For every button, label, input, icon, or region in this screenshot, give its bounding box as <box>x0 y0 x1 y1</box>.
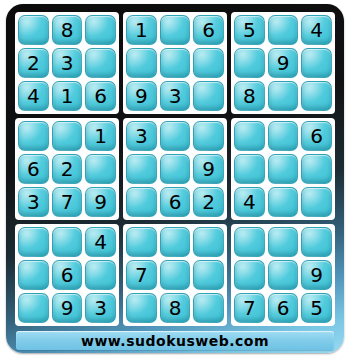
cell-r4c8[interactable] <box>268 121 299 151</box>
cell-r1c6[interactable]: 6 <box>193 15 224 45</box>
cell-r9c4[interactable] <box>126 293 157 323</box>
cell-r1c3[interactable] <box>85 15 116 45</box>
cell-r8c4[interactable]: 7 <box>126 260 157 290</box>
cell-r8c3[interactable] <box>85 260 116 290</box>
cell-r2c9[interactable] <box>301 48 332 78</box>
cell-r6c6[interactable]: 2 <box>193 187 224 217</box>
cell-r1c8[interactable] <box>268 15 299 45</box>
sudoku-box-9: 9765 <box>231 224 335 326</box>
cell-r6c2[interactable]: 7 <box>52 187 83 217</box>
sudoku-box-8: 78 <box>123 224 227 326</box>
cell-r4c9[interactable]: 6 <box>301 121 332 151</box>
cell-r8c9[interactable]: 9 <box>301 260 332 290</box>
cell-r9c3[interactable]: 3 <box>85 293 116 323</box>
cell-r8c8[interactable] <box>268 260 299 290</box>
cell-r9c2[interactable]: 9 <box>52 293 83 323</box>
cell-r7c5[interactable] <box>160 227 191 257</box>
sudoku-box-4: 162379 <box>15 118 119 220</box>
sudoku-board: 823416169354981623793962644693789765 <box>6 4 344 329</box>
cell-r9c7[interactable]: 7 <box>234 293 265 323</box>
cell-r4c1[interactable] <box>18 121 49 151</box>
cell-r9c6[interactable] <box>193 293 224 323</box>
cell-r5c1[interactable]: 6 <box>18 154 49 184</box>
cell-r5c7[interactable] <box>234 154 265 184</box>
sudoku-box-7: 4693 <box>15 224 119 326</box>
cell-r5c8[interactable] <box>268 154 299 184</box>
cell-r2c6[interactable] <box>193 48 224 78</box>
cell-r6c5[interactable]: 6 <box>160 187 191 217</box>
cell-r7c9[interactable] <box>301 227 332 257</box>
cell-r8c7[interactable] <box>234 260 265 290</box>
cell-r4c6[interactable] <box>193 121 224 151</box>
cell-r4c7[interactable] <box>234 121 265 151</box>
cell-r2c7[interactable] <box>234 48 265 78</box>
cell-r4c2[interactable] <box>52 121 83 151</box>
cell-r6c8[interactable] <box>268 187 299 217</box>
cell-r5c5[interactable] <box>160 154 191 184</box>
cell-r6c7[interactable]: 4 <box>234 187 265 217</box>
site-url-label: www.sudokusweb.com <box>81 334 269 348</box>
cell-r6c4[interactable] <box>126 187 157 217</box>
cell-r3c3[interactable]: 6 <box>85 81 116 111</box>
cell-r7c4[interactable] <box>126 227 157 257</box>
cell-r1c5[interactable] <box>160 15 191 45</box>
cell-r4c3[interactable]: 1 <box>85 121 116 151</box>
cell-r3c9[interactable] <box>301 81 332 111</box>
sudoku-box-1: 823416 <box>15 12 119 114</box>
cell-r9c9[interactable]: 5 <box>301 293 332 323</box>
cell-r8c6[interactable] <box>193 260 224 290</box>
cell-r3c8[interactable] <box>268 81 299 111</box>
cell-r5c2[interactable]: 2 <box>52 154 83 184</box>
cell-r5c4[interactable] <box>126 154 157 184</box>
cell-r6c9[interactable] <box>301 187 332 217</box>
sudoku-box-6: 64 <box>231 118 335 220</box>
cell-r7c7[interactable] <box>234 227 265 257</box>
cell-r3c1[interactable]: 4 <box>18 81 49 111</box>
cell-r1c1[interactable] <box>18 15 49 45</box>
cell-r4c5[interactable] <box>160 121 191 151</box>
cell-r6c3[interactable]: 9 <box>85 187 116 217</box>
sudoku-box-3: 5498 <box>231 12 335 114</box>
cell-r3c2[interactable]: 1 <box>52 81 83 111</box>
cell-r5c3[interactable] <box>85 154 116 184</box>
cell-r1c9[interactable]: 4 <box>301 15 332 45</box>
cell-r3c6[interactable] <box>193 81 224 111</box>
cell-r5c9[interactable] <box>301 154 332 184</box>
cell-r8c1[interactable] <box>18 260 49 290</box>
cell-r8c5[interactable] <box>160 260 191 290</box>
footer-bar: www.sudokusweb.com <box>16 331 334 350</box>
cell-r2c3[interactable] <box>85 48 116 78</box>
cell-r5c6[interactable]: 9 <box>193 154 224 184</box>
cell-r2c2[interactable]: 3 <box>52 48 83 78</box>
cell-r2c5[interactable] <box>160 48 191 78</box>
cell-r3c5[interactable]: 3 <box>160 81 191 111</box>
cell-r7c3[interactable]: 4 <box>85 227 116 257</box>
cell-r2c4[interactable] <box>126 48 157 78</box>
sudoku-box-5: 3962 <box>123 118 227 220</box>
cell-r4c4[interactable]: 3 <box>126 121 157 151</box>
sudoku-box-2: 1693 <box>123 12 227 114</box>
cell-r9c1[interactable] <box>18 293 49 323</box>
sudoku-widget: 823416169354981623793962644693789765 www… <box>0 0 350 360</box>
cell-r7c6[interactable] <box>193 227 224 257</box>
cell-r7c2[interactable] <box>52 227 83 257</box>
cell-r1c7[interactable]: 5 <box>234 15 265 45</box>
cell-r9c5[interactable]: 8 <box>160 293 191 323</box>
cell-r3c4[interactable]: 9 <box>126 81 157 111</box>
cell-r1c2[interactable]: 8 <box>52 15 83 45</box>
cell-r9c8[interactable]: 6 <box>268 293 299 323</box>
cell-r3c7[interactable]: 8 <box>234 81 265 111</box>
cell-r8c2[interactable]: 6 <box>52 260 83 290</box>
cell-r2c8[interactable]: 9 <box>268 48 299 78</box>
board-frame: 823416169354981623793962644693789765 www… <box>6 4 344 353</box>
cell-r7c8[interactable] <box>268 227 299 257</box>
cell-r6c1[interactable]: 3 <box>18 187 49 217</box>
cell-r7c1[interactable] <box>18 227 49 257</box>
cell-r1c4[interactable]: 1 <box>126 15 157 45</box>
cell-r2c1[interactable]: 2 <box>18 48 49 78</box>
